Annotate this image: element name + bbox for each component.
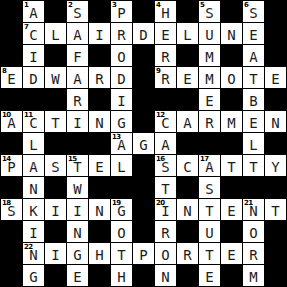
cell-letter: E [227,248,235,262]
black-cell [221,89,242,110]
black-cell [45,1,66,22]
cell-letter: R [161,226,169,240]
black-cell [199,133,220,154]
cell-r1-c9[interactable]: U [199,23,220,44]
clue-number: 17 [200,155,209,163]
cell-letter: C [29,28,37,42]
cell-letter: U [205,226,213,240]
cell-letter: R [205,116,213,130]
black-cell [243,177,264,198]
black-cell [265,89,286,110]
cell-r4-c9[interactable]: E [199,89,220,110]
cell-letter: R [183,248,191,262]
cell-letter: S [249,6,257,20]
cell-r11-c10[interactable]: E [221,243,242,264]
cell-letter: T [117,248,125,262]
cell-letter: N [271,116,279,130]
cell-r2-c1[interactable]: I [23,45,44,66]
cell-r4-c11[interactable]: B [243,89,264,110]
cell-letter: S [73,6,81,20]
cell-r5-c2[interactable]: T [45,111,66,132]
cell-letter: G [117,116,125,130]
cell-r9-c8[interactable]: N [177,199,198,220]
black-cell [133,67,154,88]
cell-r5-c9[interactable]: R [199,111,220,132]
cell-r6-c6[interactable]: G [133,133,154,154]
cell-letter: A [29,160,37,174]
clue-number: 11 [24,111,33,119]
cell-r0-c7[interactable]: 4H [155,1,176,22]
cell-r7-c12[interactable]: Y [265,155,286,176]
cell-r3-c9[interactable]: M [199,67,220,88]
black-cell [45,221,66,242]
cell-letter: N [95,116,103,130]
cell-letter: E [205,94,213,108]
cell-r8-c7[interactable]: T [155,177,176,198]
black-cell [133,111,154,132]
black-cell [1,133,22,154]
clue-number: 19 [112,199,121,207]
cell-r3-c11[interactable]: T [243,67,264,88]
cell-letter: R [249,248,257,262]
black-cell [265,243,286,264]
cell-r1-c10[interactable]: N [221,23,242,44]
black-cell [111,177,132,198]
cell-letter: R [161,72,169,86]
cell-r12-c11[interactable]: M [243,265,264,286]
cell-r9-c9[interactable]: T [199,199,220,220]
cell-r9-c10[interactable]: E [221,199,242,220]
black-cell [177,1,198,22]
black-cell [67,133,88,154]
black-cell [1,243,22,264]
cell-letter: I [51,204,59,218]
clue-number: 18 [2,199,11,207]
black-cell [89,177,110,198]
cell-letter: N [95,204,103,218]
black-cell [1,221,22,242]
cell-r12-c5[interactable]: H [111,265,132,286]
cell-letter: L [51,28,59,42]
cell-letter: E [205,270,213,284]
cell-letter: T [227,160,235,174]
cell-letter: M [205,50,213,64]
cell-letter: S [51,160,59,174]
cell-letter: H [161,6,169,20]
clue-number: 3 [112,1,116,9]
black-cell [89,265,110,286]
cell-letter: A [73,28,81,42]
black-cell [133,1,154,22]
cell-r7-c8[interactable]: C [177,155,198,176]
black-cell [177,177,198,198]
black-cell [177,221,198,242]
cell-r5-c7[interactable]: 12C [155,111,176,132]
cell-letter: I [95,28,103,42]
cell-r1-c5[interactable]: R [111,23,132,44]
cell-r7-c5[interactable]: L [111,155,132,176]
cell-r2-c5[interactable]: O [111,45,132,66]
cell-r10-c1[interactable]: I [23,221,44,242]
cell-r8-c9[interactable]: S [199,177,220,198]
cell-letter: L [29,138,37,152]
cell-r2-c7[interactable]: R [155,45,176,66]
black-cell [265,133,286,154]
cell-r10-c11[interactable]: O [243,221,264,242]
black-cell [89,45,110,66]
cell-r11-c11[interactable]: R [243,243,264,264]
cell-r9-c12[interactable]: T [265,199,286,220]
cell-letter: E [7,72,15,86]
cell-letter: T [205,204,213,218]
cell-r11-c5[interactable]: T [111,243,132,264]
cell-letter: R [95,72,103,86]
cell-letter: E [161,28,169,42]
cell-letter: O [249,226,257,240]
clue-number: 22 [24,243,33,251]
cell-r0-c3[interactable]: 2S [67,1,88,22]
cell-letter: K [29,204,37,218]
cell-letter: T [271,204,279,218]
black-cell [45,265,66,286]
black-cell [265,45,286,66]
cell-letter: W [73,182,81,196]
black-cell [45,133,66,154]
black-cell [45,177,66,198]
cell-r1-c8[interactable]: L [177,23,198,44]
cell-letter: I [73,116,81,130]
cell-r10-c7[interactable]: R [155,221,176,242]
black-cell [221,133,242,154]
clue-number: 12 [156,111,165,119]
cell-letter: N [161,270,169,284]
black-cell [265,265,286,286]
cell-r9-c5[interactable]: 19G [111,199,132,220]
black-cell [221,1,242,22]
cell-r0-c11[interactable]: 6S [243,1,264,22]
cell-r5-c1[interactable]: 11C [23,111,44,132]
black-cell [133,221,154,242]
black-cell [1,265,22,286]
cell-letter: R [73,94,81,108]
cell-letter: T [205,248,213,262]
cell-letter: H [95,248,103,262]
cell-r7-c0[interactable]: 14P [1,155,22,176]
cell-r3-c4[interactable]: R [89,67,110,88]
cell-r7-c11[interactable]: T [243,155,264,176]
cell-r9-c3[interactable]: I [67,199,88,220]
clue-number: 1 [24,1,28,9]
cell-r6-c5[interactable]: 13A [111,133,132,154]
cell-r11-c4[interactable]: H [89,243,110,264]
cell-letter: O [227,72,235,86]
cell-letter: S [205,6,213,20]
cell-letter: L [183,28,191,42]
black-cell [89,89,110,110]
cell-letter: E [183,72,191,86]
clue-number: 8 [2,67,6,75]
black-cell [177,133,198,154]
cell-r3-c8[interactable]: E [177,67,198,88]
cell-r9-c7[interactable]: 20I [155,199,176,220]
cell-r11-c6[interactable]: P [133,243,154,264]
cell-r9-c2[interactable]: I [45,199,66,220]
clue-number: 14 [2,155,11,163]
cell-letter: I [117,94,125,108]
cell-letter: R [161,50,169,64]
cell-letter: I [51,248,59,262]
cell-r11-c7[interactable]: O [155,243,176,264]
cell-letter: E [227,204,235,218]
cell-letter: O [117,226,125,240]
cell-r5-c4[interactable]: N [89,111,110,132]
black-cell [133,155,154,176]
cell-letter: Y [271,160,279,174]
black-cell [265,177,286,198]
cell-letter: M [227,116,235,130]
cell-r1-c6[interactable]: D [133,23,154,44]
black-cell [155,89,176,110]
cell-r5-c10[interactable]: M [221,111,242,132]
cell-letter: D [29,72,37,86]
cell-letter: M [205,72,213,86]
cell-r3-c3[interactable]: A [67,67,88,88]
cell-r9-c0[interactable]: 18S [1,199,22,220]
cell-r0-c9[interactable]: 5S [199,1,220,22]
black-cell [23,89,44,110]
black-cell [177,89,198,110]
black-cell [177,265,198,286]
cell-r5-c8[interactable]: A [177,111,198,132]
cell-r10-c9[interactable]: U [199,221,220,242]
cell-r4-c5[interactable]: I [111,89,132,110]
cell-r9-c11[interactable]: 21N [243,199,264,220]
cell-r1-c3[interactable]: A [67,23,88,44]
clue-number: 13 [112,133,121,141]
cell-letter: A [183,116,191,130]
cell-r5-c0[interactable]: 10A [1,111,22,132]
black-cell [265,1,286,22]
clue-number: 7 [24,23,28,31]
cell-r11-c2[interactable]: I [45,243,66,264]
cell-letter: R [117,28,125,42]
black-cell [177,45,198,66]
cell-letter: F [73,50,81,64]
cell-r0-c1[interactable]: 1A [23,1,44,22]
cell-r3-c1[interactable]: D [23,67,44,88]
cell-r12-c3[interactable]: E [67,265,88,286]
cell-r2-c9[interactable]: M [199,45,220,66]
cell-letter: N [183,204,191,218]
cell-r12-c1[interactable]: G [23,265,44,286]
black-cell [265,221,286,242]
black-cell [1,1,22,22]
cell-letter: W [51,72,59,86]
cell-r3-c7[interactable]: 9R [155,67,176,88]
clue-number: 5 [200,1,204,9]
cell-letter: T [249,72,257,86]
cell-r1-c1[interactable]: 7C [23,23,44,44]
cell-letter: I [29,50,37,64]
cell-r8-c3[interactable]: W [67,177,88,198]
cell-r8-c1[interactable]: N [23,177,44,198]
cell-letter: G [73,248,81,262]
cell-r11-c9[interactable]: T [199,243,220,264]
cell-r7-c7[interactable]: 16S [155,155,176,176]
cell-letter: M [249,270,257,284]
clue-number: 6 [244,1,248,9]
black-cell [221,221,242,242]
cell-letter: O [117,50,125,64]
cell-r4-c3[interactable]: R [67,89,88,110]
cell-r5-c3[interactable]: I [67,111,88,132]
cell-r6-c1[interactable]: L [23,133,44,154]
cell-letter: U [205,28,213,42]
black-cell [89,133,110,154]
cell-letter: T [161,182,169,196]
cell-r2-c11[interactable]: A [243,45,264,66]
black-cell [45,45,66,66]
cell-letter: B [249,94,257,108]
cell-letter: E [95,160,103,174]
black-cell [133,199,154,220]
cell-letter: N [227,28,235,42]
clue-number: 21 [244,199,253,207]
cell-letter: A [249,50,257,64]
cell-letter: L [117,160,125,174]
cell-letter: P [117,6,125,20]
cell-r5-c12[interactable]: N [265,111,286,132]
cell-letter: I [29,226,37,240]
cell-letter: T [51,116,59,130]
clue-number: 20 [156,199,165,207]
clue-number: 9 [156,67,160,75]
cell-letter: N [29,182,37,196]
cell-r11-c8[interactable]: R [177,243,198,264]
cell-r12-c7[interactable]: N [155,265,176,286]
cell-r2-c3[interactable]: F [67,45,88,66]
cell-letter: I [73,204,81,218]
cell-letter: P [139,248,147,262]
cell-r11-c3[interactable]: G [67,243,88,264]
cell-r7-c9[interactable]: 17A [199,155,220,176]
cell-letter: L [249,138,257,152]
cell-r10-c5[interactable]: O [111,221,132,242]
cell-letter: A [73,72,81,86]
cell-letter: E [73,270,81,284]
clue-number: 4 [156,1,160,9]
black-cell [45,89,66,110]
cell-letter: G [29,270,37,284]
clue-number: 16 [156,155,165,163]
cell-letter: A [29,6,37,20]
cell-letter: O [161,248,169,262]
cell-r5-c5[interactable]: G [111,111,132,132]
cell-r3-c5[interactable]: D [111,67,132,88]
black-cell [221,265,242,286]
cell-r0-c5[interactable]: 3P [111,1,132,22]
cell-letter: D [139,28,147,42]
black-cell [1,177,22,198]
cell-letter: C [183,160,191,174]
cell-letter: E [249,28,257,42]
black-cell [89,1,110,22]
cell-r3-c10[interactable]: O [221,67,242,88]
cell-letter: H [117,270,125,284]
clue-number: 2 [68,1,72,9]
cell-letter: D [117,72,125,86]
black-cell [221,45,242,66]
cell-r7-c10[interactable]: T [221,155,242,176]
black-cell [1,89,22,110]
black-cell [133,265,154,286]
cell-r11-c1[interactable]: 22N [23,243,44,264]
cell-r6-c7[interactable]: A [155,133,176,154]
cell-r1-c11[interactable]: E [243,23,264,44]
cell-letter: A [161,138,169,152]
cell-r7-c3[interactable]: 15T [67,155,88,176]
black-cell [1,45,22,66]
cell-r1-c4[interactable]: I [89,23,110,44]
crossword-grid: 1A2S3P4H5S6S7CLAIRDELUNEIFORMA8EDWARD9RE… [0,0,287,287]
black-cell [133,45,154,66]
clue-number: 10 [2,111,11,119]
cell-letter: G [139,138,147,152]
cell-r7-c2[interactable]: S [45,155,66,176]
cell-r3-c0[interactable]: 8E [1,67,22,88]
cell-r12-c9[interactable]: E [199,265,220,286]
black-cell [221,177,242,198]
cell-r7-c4[interactable]: E [89,155,110,176]
cell-r1-c7[interactable]: E [155,23,176,44]
cell-r7-c1[interactable]: A [23,155,44,176]
cell-letter: N [73,226,81,240]
cell-r3-c2[interactable]: W [45,67,66,88]
cell-letter: S [205,182,213,196]
cell-r3-c12[interactable]: E [265,67,286,88]
cell-letter: E [271,72,279,86]
cell-r5-c11[interactable]: E [243,111,264,132]
clue-number: 15 [68,155,77,163]
cell-r9-c4[interactable]: N [89,199,110,220]
cell-r1-c2[interactable]: L [45,23,66,44]
cell-r9-c1[interactable]: K [23,199,44,220]
black-cell [1,23,22,44]
black-cell [133,177,154,198]
cell-letter: E [249,116,257,130]
cell-letter: T [249,160,257,174]
black-cell [133,89,154,110]
black-cell [89,221,110,242]
black-cell [265,23,286,44]
cell-r6-c11[interactable]: L [243,133,264,154]
cell-r10-c3[interactable]: N [67,221,88,242]
